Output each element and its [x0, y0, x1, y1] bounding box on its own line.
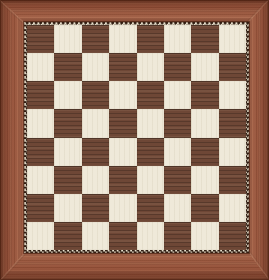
- square-g2[interactable]: [191, 194, 218, 222]
- square-g6[interactable]: [191, 81, 218, 109]
- square-c6[interactable]: [82, 81, 109, 109]
- square-h4[interactable]: [219, 138, 246, 166]
- square-d2[interactable]: [109, 194, 136, 222]
- square-a3[interactable]: [27, 166, 54, 194]
- board-frame-top: [0, 0, 269, 22]
- square-h5[interactable]: [219, 109, 246, 137]
- square-b5[interactable]: [54, 109, 81, 137]
- square-f4[interactable]: [164, 138, 191, 166]
- square-f5[interactable]: [164, 109, 191, 137]
- square-g8[interactable]: [191, 25, 218, 53]
- square-h7[interactable]: [219, 53, 246, 81]
- square-b4[interactable]: [54, 138, 81, 166]
- square-a6[interactable]: [27, 81, 54, 109]
- square-e8[interactable]: [137, 25, 164, 53]
- square-g1[interactable]: [191, 222, 218, 250]
- square-b2[interactable]: [54, 194, 81, 222]
- square-e6[interactable]: [137, 81, 164, 109]
- square-c5[interactable]: [82, 109, 109, 137]
- square-d3[interactable]: [109, 166, 136, 194]
- board-frame-bottom: [0, 253, 269, 280]
- square-c4[interactable]: [82, 138, 109, 166]
- square-c1[interactable]: [82, 222, 109, 250]
- board-frame-left: [0, 0, 24, 280]
- square-g5[interactable]: [191, 109, 218, 137]
- square-g7[interactable]: [191, 53, 218, 81]
- square-f2[interactable]: [164, 194, 191, 222]
- square-g4[interactable]: [191, 138, 218, 166]
- square-e7[interactable]: [137, 53, 164, 81]
- square-h8[interactable]: [219, 25, 246, 53]
- square-d6[interactable]: [109, 81, 136, 109]
- square-e2[interactable]: [137, 194, 164, 222]
- chess-board: [0, 0, 269, 280]
- square-c2[interactable]: [82, 194, 109, 222]
- square-f6[interactable]: [164, 81, 191, 109]
- square-d8[interactable]: [109, 25, 136, 53]
- square-h3[interactable]: [219, 166, 246, 194]
- square-c3[interactable]: [82, 166, 109, 194]
- playing-field: [27, 25, 246, 250]
- square-a1[interactable]: [27, 222, 54, 250]
- square-e4[interactable]: [137, 138, 164, 166]
- square-d7[interactable]: [109, 53, 136, 81]
- square-b7[interactable]: [54, 53, 81, 81]
- square-f8[interactable]: [164, 25, 191, 53]
- square-a2[interactable]: [27, 194, 54, 222]
- square-b8[interactable]: [54, 25, 81, 53]
- square-f3[interactable]: [164, 166, 191, 194]
- square-f7[interactable]: [164, 53, 191, 81]
- square-d5[interactable]: [109, 109, 136, 137]
- square-e1[interactable]: [137, 222, 164, 250]
- square-c7[interactable]: [82, 53, 109, 81]
- square-d1[interactable]: [109, 222, 136, 250]
- square-f1[interactable]: [164, 222, 191, 250]
- square-a4[interactable]: [27, 138, 54, 166]
- square-e3[interactable]: [137, 166, 164, 194]
- square-g3[interactable]: [191, 166, 218, 194]
- square-e5[interactable]: [137, 109, 164, 137]
- square-a8[interactable]: [27, 25, 54, 53]
- square-h2[interactable]: [219, 194, 246, 222]
- square-a5[interactable]: [27, 109, 54, 137]
- square-b6[interactable]: [54, 81, 81, 109]
- square-b1[interactable]: [54, 222, 81, 250]
- square-c8[interactable]: [82, 25, 109, 53]
- square-h1[interactable]: [219, 222, 246, 250]
- checkered-inlay-border: [24, 22, 249, 253]
- board-frame-right: [249, 0, 269, 280]
- square-b3[interactable]: [54, 166, 81, 194]
- square-a7[interactable]: [27, 53, 54, 81]
- square-h6[interactable]: [219, 81, 246, 109]
- square-d4[interactable]: [109, 138, 136, 166]
